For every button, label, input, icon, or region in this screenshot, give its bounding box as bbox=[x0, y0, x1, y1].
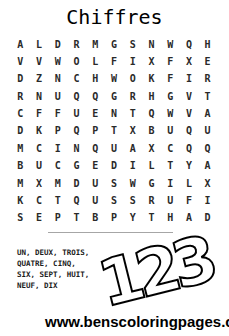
grid-cell: Q bbox=[67, 192, 86, 209]
grid-cell: U bbox=[105, 140, 124, 157]
grid-cell: U bbox=[86, 192, 105, 209]
grid-cell: T bbox=[67, 210, 86, 227]
grid-cell: P bbox=[48, 210, 67, 227]
grid-cell: A bbox=[180, 210, 199, 227]
grid-cell: W bbox=[161, 36, 180, 53]
grid-cell: O bbox=[123, 71, 142, 88]
grid-cell: B bbox=[86, 210, 105, 227]
grid-cell: G bbox=[105, 88, 124, 105]
grid-cell: F bbox=[30, 105, 49, 122]
grid-cell: N bbox=[142, 36, 161, 53]
grid-cell: U bbox=[86, 175, 105, 192]
grid-cell: N bbox=[67, 140, 86, 157]
grid-cell: L bbox=[142, 158, 161, 175]
grid-cell: T bbox=[48, 192, 67, 209]
grid-cell: D bbox=[198, 210, 217, 227]
grid-cell: Q bbox=[198, 140, 217, 157]
grid-cell: C bbox=[30, 192, 49, 209]
grid-cell: L bbox=[86, 53, 105, 70]
page-title: Chiffres bbox=[0, 5, 229, 29]
grid-cell: B bbox=[142, 123, 161, 140]
grid-cell: I bbox=[180, 71, 199, 88]
grid-cell: H bbox=[161, 210, 180, 227]
grid-cell: R bbox=[123, 88, 142, 105]
grid-cell: K bbox=[142, 71, 161, 88]
grid-cell: U bbox=[161, 192, 180, 209]
grid-cell: E bbox=[86, 105, 105, 122]
grid-cell: S bbox=[123, 36, 142, 53]
grid-cell: L bbox=[30, 36, 49, 53]
grid-cell: P bbox=[105, 210, 124, 227]
grid-cell: V bbox=[180, 105, 199, 122]
grid-cell: T bbox=[142, 210, 161, 227]
grid-cell: E bbox=[86, 158, 105, 175]
grid-cell: K bbox=[30, 123, 49, 140]
grid-cell: D bbox=[105, 158, 124, 175]
grid-cell: X bbox=[123, 123, 142, 140]
grid-cell: A bbox=[123, 140, 142, 157]
grid-cell: G bbox=[142, 175, 161, 192]
grid-cell: H bbox=[142, 88, 161, 105]
grid-cell: C bbox=[67, 71, 86, 88]
grid-cell: Q bbox=[67, 88, 86, 105]
grid-cell: W bbox=[48, 53, 67, 70]
grid-cell: W bbox=[161, 105, 180, 122]
grid-cell: W bbox=[105, 71, 124, 88]
grid-cell: X bbox=[142, 53, 161, 70]
worksheet-page: Chiffres ALDRMGSNWQHVVWOLFIXFXEDZNCHWOKF… bbox=[0, 0, 229, 336]
grid-cell: M bbox=[11, 175, 30, 192]
grid-cell: F bbox=[161, 71, 180, 88]
grid-cell: R bbox=[67, 36, 86, 53]
grid-cell: A bbox=[11, 36, 30, 53]
grid-cell: Q bbox=[86, 88, 105, 105]
word-search-grid: ALDRMGSNWQHVVWOLFIXFXEDZNCHWOKFIRRNUQQGR… bbox=[11, 36, 217, 227]
grid-cell: Q bbox=[180, 140, 199, 157]
grid-cell: D bbox=[11, 123, 30, 140]
grid-cell: H bbox=[86, 71, 105, 88]
grid-cell: F bbox=[105, 53, 124, 70]
grid-cell: X bbox=[180, 53, 199, 70]
grid-cell: I bbox=[198, 192, 217, 209]
grid-cell: B bbox=[11, 158, 30, 175]
grid-cell: V bbox=[30, 53, 49, 70]
grid-cell: U bbox=[67, 105, 86, 122]
grid-cell: Q bbox=[180, 36, 199, 53]
grid-cell: G bbox=[161, 88, 180, 105]
grid-cell: P bbox=[48, 123, 67, 140]
numbers-123-outline-text: 123 bbox=[92, 231, 221, 307]
grid-cell: E bbox=[198, 53, 217, 70]
grid-cell: U bbox=[48, 88, 67, 105]
grid-cell: G bbox=[105, 36, 124, 53]
grid-cell: F bbox=[48, 105, 67, 122]
grid-cell: X bbox=[198, 175, 217, 192]
grid-cell: F bbox=[161, 53, 180, 70]
grid-cell: S bbox=[105, 175, 124, 192]
grid-cell: C bbox=[161, 140, 180, 157]
footer-url: www.benscoloringpages.com bbox=[45, 313, 229, 330]
grid-cell: M bbox=[48, 175, 67, 192]
grid-cell: E bbox=[30, 210, 49, 227]
grid-cell: Q bbox=[86, 140, 105, 157]
grid-cell: Y bbox=[123, 210, 142, 227]
grid-cell: Z bbox=[30, 71, 49, 88]
grid-cell: W bbox=[123, 175, 142, 192]
grid-cell: O bbox=[67, 53, 86, 70]
grid-cell: C bbox=[30, 140, 49, 157]
grid-cell: M bbox=[86, 36, 105, 53]
grid-cell: N bbox=[30, 88, 49, 105]
grid-cell: P bbox=[86, 123, 105, 140]
grid-cell: R bbox=[142, 192, 161, 209]
grid-cell: D bbox=[48, 36, 67, 53]
grid-cell: V bbox=[180, 88, 199, 105]
grid-cell: M bbox=[11, 140, 30, 157]
grid-cell: T bbox=[105, 123, 124, 140]
grid-cell: D bbox=[67, 175, 86, 192]
grid-cell: N bbox=[48, 71, 67, 88]
grid-cell: U bbox=[30, 158, 49, 175]
grid-cell: A bbox=[198, 105, 217, 122]
grid-cell: G bbox=[67, 158, 86, 175]
grid-cell: L bbox=[180, 175, 199, 192]
grid-cell: I bbox=[48, 140, 67, 157]
grid-cell: Y bbox=[180, 158, 199, 175]
grid-cell: F bbox=[180, 192, 199, 209]
grid-cell: Q bbox=[142, 105, 161, 122]
grid-cell: I bbox=[161, 175, 180, 192]
grid-cell: T bbox=[161, 158, 180, 175]
grid-cell: R bbox=[11, 88, 30, 105]
grid-cell: I bbox=[123, 158, 142, 175]
numbers-123-illustration: 123 bbox=[92, 231, 224, 307]
grid-cell: R bbox=[198, 71, 217, 88]
grid-cell: T bbox=[198, 88, 217, 105]
grid-cell: S bbox=[11, 210, 30, 227]
grid-cell: T bbox=[123, 105, 142, 122]
grid-cell: S bbox=[105, 192, 124, 209]
grid-cell: S bbox=[123, 192, 142, 209]
grid-cell: C bbox=[48, 158, 67, 175]
grid-cell: I bbox=[123, 53, 142, 70]
grid-cell: X bbox=[30, 175, 49, 192]
grid-cell: N bbox=[105, 105, 124, 122]
grid-cell: A bbox=[198, 158, 217, 175]
grid-cell: Q bbox=[180, 123, 199, 140]
grid-cell: D bbox=[11, 71, 30, 88]
grid-cell: K bbox=[11, 192, 30, 209]
grid-cell: V bbox=[11, 53, 30, 70]
grid-cell: Q bbox=[67, 123, 86, 140]
grid-cell: U bbox=[161, 123, 180, 140]
grid-cell: C bbox=[11, 105, 30, 122]
grid-cell: X bbox=[142, 140, 161, 157]
grid-cell: H bbox=[198, 36, 217, 53]
grid-cell: U bbox=[198, 123, 217, 140]
